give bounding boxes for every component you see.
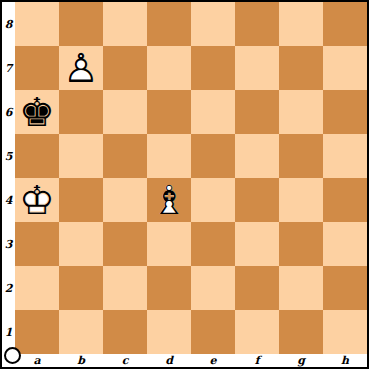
square-c8[interactable] xyxy=(103,2,147,46)
square-f8[interactable] xyxy=(235,2,279,46)
square-h6[interactable] xyxy=(323,90,367,134)
square-c4[interactable] xyxy=(103,178,147,222)
square-a7[interactable] xyxy=(15,46,59,90)
rank-label-4: 4 xyxy=(2,178,15,222)
file-label-a: a xyxy=(15,354,59,367)
square-e5[interactable] xyxy=(191,134,235,178)
square-b7[interactable]: ♟♙ xyxy=(59,46,103,90)
square-a4[interactable]: ♚♔ xyxy=(15,178,59,222)
square-f3[interactable] xyxy=(235,222,279,266)
square-b3[interactable] xyxy=(59,222,103,266)
square-d3[interactable] xyxy=(147,222,191,266)
square-c5[interactable] xyxy=(103,134,147,178)
square-g8[interactable] xyxy=(279,2,323,46)
square-a3[interactable] xyxy=(15,222,59,266)
square-g7[interactable] xyxy=(279,46,323,90)
square-h8[interactable] xyxy=(323,2,367,46)
file-label-b: b xyxy=(59,354,103,367)
rank-label-8: 8 xyxy=(2,2,15,46)
square-e4[interactable] xyxy=(191,178,235,222)
file-label-h: h xyxy=(323,354,367,367)
square-a6[interactable]: ♚ xyxy=(15,90,59,134)
square-d7[interactable] xyxy=(147,46,191,90)
rank-label-6: 6 xyxy=(2,90,15,134)
rank-label-2: 2 xyxy=(2,266,15,310)
board: ♟♙♚♚♔♝♗ xyxy=(15,2,367,354)
square-h2[interactable] xyxy=(323,266,367,310)
square-d2[interactable] xyxy=(147,266,191,310)
square-c7[interactable] xyxy=(103,46,147,90)
square-d5[interactable] xyxy=(147,134,191,178)
square-b2[interactable] xyxy=(59,266,103,310)
square-f5[interactable] xyxy=(235,134,279,178)
rank-label-3: 3 xyxy=(2,222,15,266)
square-h5[interactable] xyxy=(323,134,367,178)
white-to-move-indicator xyxy=(4,347,21,364)
file-label-e: e xyxy=(191,354,235,367)
square-f4[interactable] xyxy=(235,178,279,222)
square-g5[interactable] xyxy=(279,134,323,178)
square-c1[interactable] xyxy=(103,310,147,354)
file-label-g: g xyxy=(279,354,323,367)
square-a5[interactable] xyxy=(15,134,59,178)
chess-diagram: 87654321 ♟♙♚♚♔♝♗ abcdefgh xyxy=(0,0,369,369)
square-g1[interactable] xyxy=(279,310,323,354)
square-d8[interactable] xyxy=(147,2,191,46)
square-d6[interactable] xyxy=(147,90,191,134)
square-f1[interactable] xyxy=(235,310,279,354)
rank-label-5: 5 xyxy=(2,134,15,178)
square-e3[interactable] xyxy=(191,222,235,266)
square-b8[interactable] xyxy=(59,2,103,46)
piece-white-pawn[interactable]: ♙ xyxy=(59,46,103,90)
file-labels: abcdefgh xyxy=(15,354,367,367)
square-h1[interactable] xyxy=(323,310,367,354)
square-g3[interactable] xyxy=(279,222,323,266)
square-b4[interactable] xyxy=(59,178,103,222)
square-c6[interactable] xyxy=(103,90,147,134)
square-f2[interactable] xyxy=(235,266,279,310)
square-e1[interactable] xyxy=(191,310,235,354)
square-b5[interactable] xyxy=(59,134,103,178)
square-h7[interactable] xyxy=(323,46,367,90)
piece-white-king[interactable]: ♔ xyxy=(15,178,59,222)
square-d4[interactable]: ♝♗ xyxy=(147,178,191,222)
square-h3[interactable] xyxy=(323,222,367,266)
square-e8[interactable] xyxy=(191,2,235,46)
square-e2[interactable] xyxy=(191,266,235,310)
square-a2[interactable] xyxy=(15,266,59,310)
rank-labels: 87654321 xyxy=(2,2,15,354)
square-b1[interactable] xyxy=(59,310,103,354)
square-e7[interactable] xyxy=(191,46,235,90)
square-g4[interactable] xyxy=(279,178,323,222)
square-a8[interactable] xyxy=(15,2,59,46)
square-g2[interactable] xyxy=(279,266,323,310)
rank-label-7: 7 xyxy=(2,46,15,90)
square-f6[interactable] xyxy=(235,90,279,134)
file-label-d: d xyxy=(147,354,191,367)
square-c3[interactable] xyxy=(103,222,147,266)
square-h4[interactable] xyxy=(323,178,367,222)
piece-black-king[interactable]: ♚ xyxy=(15,90,59,134)
piece-white-bishop[interactable]: ♗ xyxy=(147,178,191,222)
square-d1[interactable] xyxy=(147,310,191,354)
square-a1[interactable] xyxy=(15,310,59,354)
square-g6[interactable] xyxy=(279,90,323,134)
square-e6[interactable] xyxy=(191,90,235,134)
square-c2[interactable] xyxy=(103,266,147,310)
file-label-f: f xyxy=(235,354,279,367)
square-f7[interactable] xyxy=(235,46,279,90)
square-b6[interactable] xyxy=(59,90,103,134)
file-label-c: c xyxy=(103,354,147,367)
